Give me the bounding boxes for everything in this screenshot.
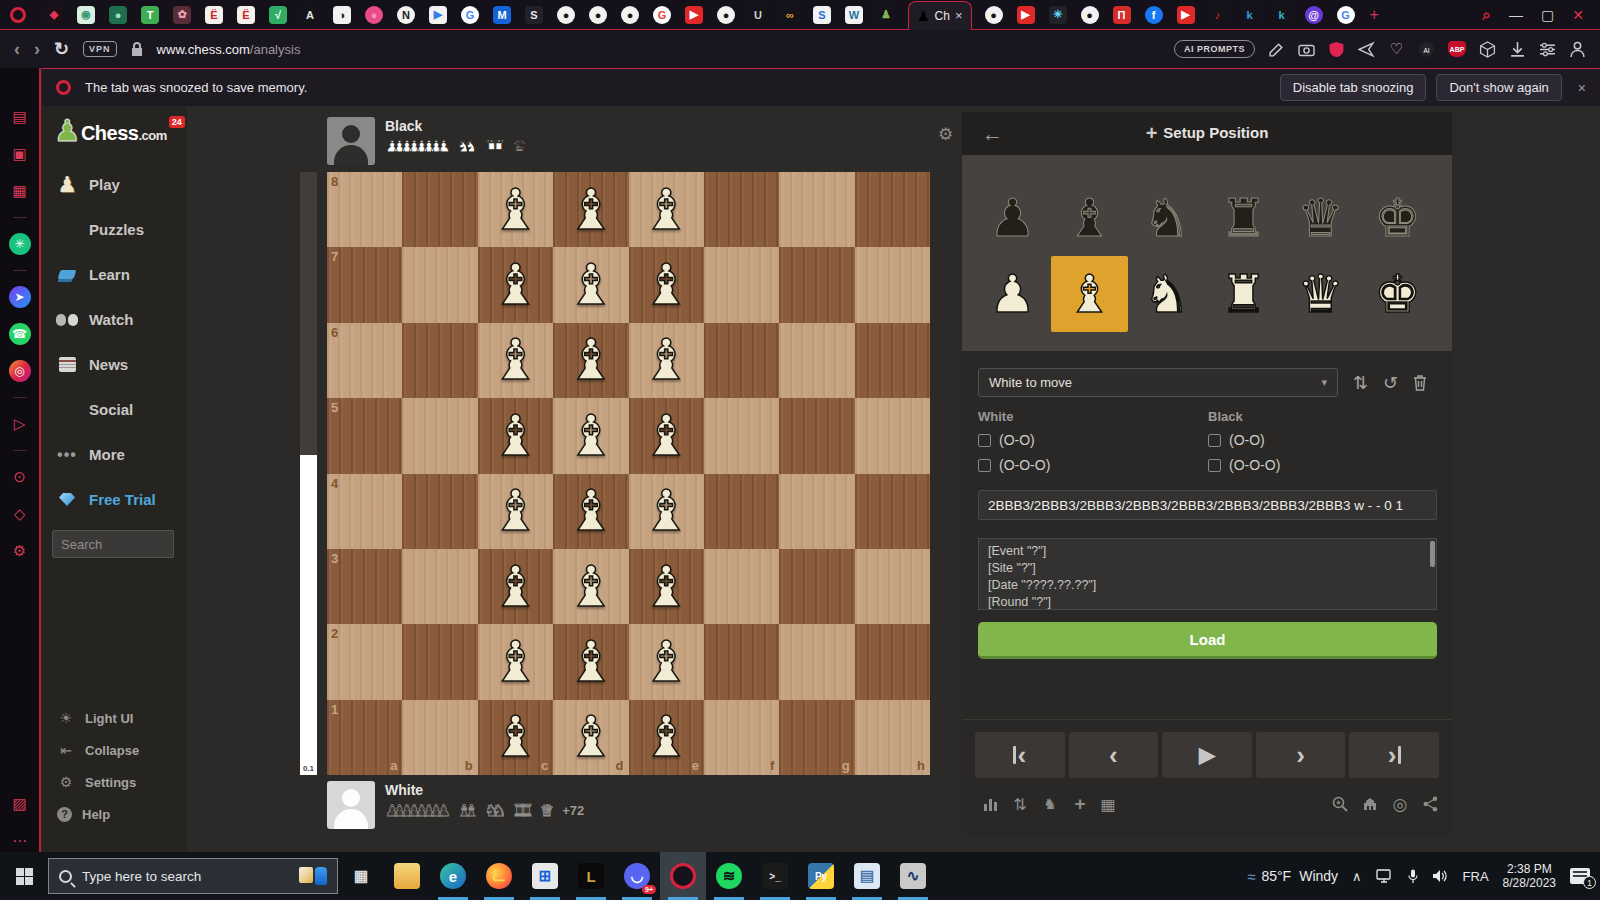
pgn-line: [Event "?"] bbox=[988, 543, 1427, 560]
white-bishop[interactable]: ♝ bbox=[478, 474, 553, 549]
screen: ◆◉●T✿ЁЁ√A◑●N▶GMS●●●G▶●U∞SW♟ ♟ Ch × ●▶✳●П… bbox=[0, 0, 1600, 900]
square-c7[interactable]: ♝ bbox=[478, 247, 553, 322]
palette-white-rook[interactable]: ♜ bbox=[1205, 256, 1282, 332]
sidebar-settings-icon[interactable] bbox=[1539, 41, 1556, 58]
square-d2[interactable]: ♝ bbox=[553, 624, 628, 699]
tab-panda[interactable]: ◑ bbox=[333, 6, 351, 24]
disable-tab-snoozing-button[interactable]: Disable tab snoozing bbox=[1280, 74, 1427, 101]
weather-widget[interactable]: ≈ 85°F Windy bbox=[1247, 868, 1338, 885]
tab-react[interactable]: ✳ bbox=[1049, 6, 1067, 24]
add-icon[interactable]: + bbox=[1070, 794, 1090, 814]
chatgpt-icon[interactable]: ✳ bbox=[9, 233, 31, 255]
white-bishop[interactable]: ♝ bbox=[553, 172, 628, 247]
tab-wordpress[interactable]: W bbox=[845, 6, 863, 24]
tab-google2[interactable]: G bbox=[653, 6, 671, 24]
minimize-button[interactable]: — bbox=[1509, 7, 1523, 23]
go-to-start-button[interactable]: ‹ bbox=[975, 732, 1065, 778]
white-bishop[interactable]: ♝ bbox=[553, 398, 628, 473]
weather-icon: ≈ bbox=[1247, 868, 1253, 885]
palette-white-pawn[interactable]: ♟ bbox=[974, 256, 1051, 332]
white-bishop[interactable]: ♝ bbox=[553, 700, 628, 775]
taskbar-search[interactable]: Type here to search bbox=[48, 858, 338, 894]
move-navigation: ‹ ‹ ▶ › › bbox=[975, 732, 1439, 778]
notification-badge: 1 bbox=[1583, 876, 1596, 889]
square-e2[interactable]: ♝ bbox=[629, 624, 704, 699]
forward-icon[interactable]: › bbox=[34, 39, 40, 60]
start-button[interactable] bbox=[0, 852, 48, 900]
flip-board-icon[interactable]: ⇅ bbox=[1353, 372, 1368, 394]
tab-facebook[interactable]: f bbox=[1145, 6, 1163, 24]
tab-gamepad[interactable]: ◆ bbox=[45, 6, 63, 24]
square-g6[interactable] bbox=[779, 323, 854, 398]
square-e3[interactable]: ♝ bbox=[629, 549, 704, 624]
taskbar-league[interactable]: L bbox=[568, 852, 614, 900]
more-icon[interactable]: ⋯ bbox=[9, 830, 31, 852]
white-bishop[interactable]: ♝ bbox=[478, 247, 553, 322]
history-icon[interactable]: ⊙ bbox=[9, 466, 31, 488]
square-a2[interactable]: 2 bbox=[327, 624, 402, 699]
twitch-icon[interactable]: ▣ bbox=[9, 143, 31, 165]
square-b1[interactable]: b bbox=[402, 700, 477, 775]
clock[interactable]: 2:38 PM 8/28/2023 bbox=[1503, 862, 1556, 890]
tab-mj[interactable]: M bbox=[493, 6, 511, 24]
square-a1[interactable]: 1a bbox=[327, 700, 402, 775]
tab-infinity[interactable]: ∞ bbox=[781, 6, 799, 24]
tab-github6[interactable]: ● bbox=[1081, 6, 1099, 24]
tab-chess-pawn[interactable]: ♟ bbox=[877, 6, 895, 24]
square-f5[interactable] bbox=[704, 398, 779, 473]
black-avatar[interactable] bbox=[327, 117, 375, 165]
square-f7[interactable] bbox=[704, 247, 779, 322]
sidebar-item-learn[interactable]: Learn bbox=[42, 252, 187, 297]
taskbar-spotify[interactable]: ≋ bbox=[706, 852, 752, 900]
maximize-button[interactable]: ▢ bbox=[1541, 7, 1554, 23]
square-a5[interactable]: 5 bbox=[327, 398, 402, 473]
taskbar-discord[interactable]: ◡9+ bbox=[614, 852, 660, 900]
palette-black-queen[interactable]: ♛ bbox=[1282, 180, 1359, 256]
palette-black-pawn[interactable]: ♟ bbox=[974, 180, 1051, 256]
trial-icon bbox=[55, 488, 79, 512]
square-c4[interactable]: ♝ bbox=[478, 474, 553, 549]
eval-score: +72 bbox=[562, 803, 584, 818]
back-icon[interactable]: ‹ bbox=[14, 39, 20, 60]
url-bar[interactable]: www.chess.com/analysis bbox=[157, 42, 301, 57]
tab-github2[interactable]: ● bbox=[589, 6, 607, 24]
tab-github5[interactable]: ● bbox=[985, 6, 1003, 24]
square-h7[interactable] bbox=[855, 247, 930, 322]
square-f1[interactable]: f bbox=[704, 700, 779, 775]
tab-a-circle[interactable]: A bbox=[301, 6, 319, 24]
rank-label: 4 bbox=[331, 476, 338, 491]
light-ui-icon: ☀ bbox=[57, 710, 75, 726]
square-a7[interactable]: 7 bbox=[327, 247, 402, 322]
tab-play-blue[interactable]: ▶ bbox=[429, 6, 447, 24]
white-bishop[interactable]: ♝ bbox=[629, 700, 704, 775]
square-h8[interactable] bbox=[855, 172, 930, 247]
footer-item-collapse[interactable]: ⇤Collapse bbox=[42, 734, 187, 766]
tab-leaf[interactable]: ● bbox=[109, 6, 127, 24]
square-c2[interactable]: ♝ bbox=[478, 624, 553, 699]
square-h6[interactable] bbox=[855, 323, 930, 398]
square-b6[interactable] bbox=[402, 323, 477, 398]
back-arrow-icon[interactable]: ← bbox=[962, 122, 1023, 146]
opera-menu-icon[interactable] bbox=[10, 7, 26, 23]
square-h3[interactable] bbox=[855, 549, 930, 624]
chesscom-sidebar: ♟ Chess.com 24 ♟PlayPuzzlesLearnWatchNew… bbox=[42, 106, 187, 852]
taskbar-file-explorer[interactable] bbox=[384, 852, 430, 900]
play-button[interactable]: ▶ bbox=[1162, 732, 1252, 778]
captured-qx1: ♛ bbox=[512, 137, 532, 156]
flip-icon[interactable]: ⇅ bbox=[1010, 794, 1030, 814]
player-icon[interactable]: ▷ bbox=[9, 413, 31, 435]
rank-label: 1 bbox=[331, 702, 338, 717]
file-label: f bbox=[770, 758, 774, 773]
sidebar-item-news[interactable]: News bbox=[42, 342, 187, 387]
square-b2[interactable] bbox=[402, 624, 477, 699]
square-c1[interactable]: c♝ bbox=[478, 700, 553, 775]
turn-select[interactable]: White to move ▾ bbox=[978, 368, 1338, 397]
next-move-button[interactable]: › bbox=[1256, 732, 1346, 778]
edit-icon[interactable] bbox=[1268, 41, 1285, 58]
footer-item-settings[interactable]: ⚙Settings bbox=[42, 766, 187, 798]
microphone-icon[interactable] bbox=[1408, 869, 1418, 884]
square-a4[interactable]: 4 bbox=[327, 474, 402, 549]
white-bishop[interactable]: ♝ bbox=[478, 172, 553, 247]
square-f2[interactable] bbox=[704, 624, 779, 699]
square-b4[interactable] bbox=[402, 474, 477, 549]
sidebar-footer: ☀Light UI⇤Collapse⚙Settings?Help bbox=[42, 702, 187, 830]
black-kingside-castle[interactable]: (O-O) bbox=[1208, 432, 1265, 448]
file-label: h bbox=[917, 758, 925, 773]
square-c8[interactable]: ♝ bbox=[478, 172, 553, 247]
palette-white-king[interactable]: ♚ bbox=[1359, 256, 1436, 332]
language-indicator[interactable]: FRA bbox=[1463, 869, 1489, 884]
board-settings-gear-icon[interactable]: ⚙ bbox=[938, 124, 953, 145]
white-queenside-castle[interactable]: (O-O-O) bbox=[978, 457, 1050, 473]
new-tab-button[interactable]: + bbox=[1370, 6, 1379, 24]
white-avatar[interactable] bbox=[327, 781, 375, 829]
tab-e-red1[interactable]: Ё bbox=[205, 6, 223, 24]
footer-item-help[interactable]: ?Help bbox=[42, 798, 187, 830]
load-button[interactable]: Load bbox=[978, 622, 1437, 659]
tab-t-green[interactable]: T bbox=[141, 6, 159, 24]
white-player-name: White bbox=[385, 781, 584, 799]
square-e6[interactable]: ♝ bbox=[629, 323, 704, 398]
setup-position-panel: ← +Setup Position ♟♝♞♜♛♚♟♝♞♜♛♚ White to … bbox=[962, 112, 1452, 836]
palette-black-knight[interactable]: ♞ bbox=[1128, 180, 1205, 256]
tab-google3[interactable]: G bbox=[1337, 6, 1355, 24]
messenger-icon[interactable]: ➤ bbox=[9, 286, 31, 308]
square-b7[interactable] bbox=[402, 247, 477, 322]
volume-icon[interactable] bbox=[1432, 869, 1449, 883]
instagram-icon[interactable]: ◎ bbox=[9, 360, 31, 382]
tab-s-blue[interactable]: S bbox=[813, 6, 831, 24]
chesscom-logo[interactable]: ♟ Chess.com 24 bbox=[54, 116, 185, 153]
tab-k-blue[interactable]: k bbox=[1241, 6, 1259, 24]
tray-time: 2:38 PM bbox=[1507, 862, 1552, 876]
palette-black-rook[interactable]: ♜ bbox=[1205, 180, 1282, 256]
captured-px8: ♟♟♟♟♟♟♟♟ bbox=[385, 137, 457, 156]
palette-black-bishop[interactable]: ♝ bbox=[1051, 180, 1128, 256]
snapshot-icon[interactable] bbox=[1298, 41, 1315, 58]
favorites-heart-icon[interactable]: ♡ bbox=[1388, 41, 1405, 58]
white-bishop[interactable]: ♝ bbox=[553, 549, 628, 624]
castling-black-label: Black bbox=[1208, 409, 1243, 424]
square-h1[interactable]: h bbox=[855, 700, 930, 775]
taskbar-opera[interactable] bbox=[660, 852, 706, 900]
checkbox bbox=[978, 459, 991, 472]
square-g3[interactable] bbox=[779, 549, 854, 624]
pinboards-icon[interactable]: ▤ bbox=[9, 106, 31, 128]
square-e4[interactable]: ♝ bbox=[629, 474, 704, 549]
svg-text:AI: AI bbox=[1423, 46, 1429, 53]
tray-chevron-icon[interactable]: ∧ bbox=[1352, 869, 1362, 884]
sidebar-search-input[interactable]: Search bbox=[52, 530, 174, 558]
aria-icon[interactable]: ▦ bbox=[9, 180, 31, 202]
taskbar-edge[interactable]: e bbox=[430, 852, 476, 900]
sidebar-item-label: News bbox=[89, 356, 128, 373]
watch-icon bbox=[55, 308, 79, 332]
trash-icon[interactable] bbox=[1413, 375, 1427, 391]
active-tab-icon: ♟ bbox=[917, 8, 930, 24]
footer-item-light-ui[interactable]: ☀Light UI bbox=[42, 702, 187, 734]
white-bishop[interactable]: ♝ bbox=[553, 323, 628, 398]
sidebar-item-social[interactable]: Social bbox=[42, 387, 187, 432]
taskbar-ms-store[interactable]: ⊞ bbox=[522, 852, 568, 900]
white-bishop[interactable]: ♝ bbox=[478, 700, 553, 775]
chevron-down-icon: ▾ bbox=[1321, 376, 1327, 389]
share-icon[interactable] bbox=[1420, 794, 1440, 814]
explorer-search-icon[interactable] bbox=[1330, 794, 1350, 814]
tab-github3[interactable]: ● bbox=[621, 6, 639, 24]
white-bishop[interactable]: ♝ bbox=[629, 549, 704, 624]
tab-n-circle[interactable]: N bbox=[397, 6, 415, 24]
tab-e-red2[interactable]: Ё bbox=[237, 6, 255, 24]
tab-art[interactable]: ✿ bbox=[173, 6, 191, 24]
white-bishop[interactable]: ♝ bbox=[553, 624, 628, 699]
tab-close-icon[interactable]: × bbox=[955, 8, 963, 23]
taskbar-perfmon[interactable]: ∿ bbox=[890, 852, 936, 900]
tab-google1[interactable]: G bbox=[461, 6, 479, 24]
square-b3[interactable] bbox=[402, 549, 477, 624]
palette-black-king[interactable]: ♚ bbox=[1359, 180, 1436, 256]
taskbar-cmd[interactable]: >_ bbox=[752, 852, 798, 900]
extension-ai-icon[interactable]: AI bbox=[1418, 41, 1435, 58]
system-tray: ≈ 85°F Windy ∧ FRA 2:38 PM 8/28/2023 1 bbox=[1247, 852, 1600, 900]
collapse-icon: ⇤ bbox=[57, 742, 75, 758]
tray-date: 8/28/2023 bbox=[1503, 876, 1556, 890]
downloads-icon[interactable] bbox=[1509, 41, 1526, 58]
previous-move-button[interactable]: ‹ bbox=[1069, 732, 1159, 778]
practice-icon[interactable]: ◎ bbox=[1390, 794, 1410, 814]
reload-icon[interactable]: ↻ bbox=[54, 38, 69, 60]
sidebar-item-play[interactable]: ♟Play bbox=[42, 162, 187, 207]
white-bishop[interactable]: ♝ bbox=[629, 323, 704, 398]
square-d4[interactable]: ♝ bbox=[553, 474, 628, 549]
taskbar-firefox[interactable]: ᓚ bbox=[476, 852, 522, 900]
tab-s-dark[interactable]: S bbox=[525, 6, 543, 24]
square-b5[interactable] bbox=[402, 398, 477, 473]
white-captured-pieces: ♟♟♟♟♟♟♟♟♝♝♞♞♜♜♛+72 bbox=[385, 801, 584, 820]
extensions-icon[interactable]: ◇ bbox=[9, 503, 31, 525]
white-bishop[interactable]: ♝ bbox=[553, 247, 628, 322]
square-d5[interactable]: ♝ bbox=[553, 398, 628, 473]
square-d7[interactable]: ♝ bbox=[553, 247, 628, 322]
white-bishop[interactable]: ♝ bbox=[629, 247, 704, 322]
palette-white-bishop[interactable]: ♝ bbox=[1051, 256, 1128, 332]
reset-icon[interactable]: ↺ bbox=[1383, 372, 1398, 394]
cube-icon[interactable] bbox=[1479, 41, 1496, 58]
palette-white-knight[interactable]: ♞ bbox=[1128, 256, 1205, 332]
close-button[interactable]: ✕ bbox=[1572, 7, 1584, 23]
vpn-badge[interactable]: VPN bbox=[83, 41, 117, 57]
notification-close-icon[interactable]: × bbox=[1578, 80, 1586, 96]
sidebar-menu: ♟PlayPuzzlesLearnWatchNewsSocial•••MoreF… bbox=[42, 162, 187, 522]
tab-youtube3[interactable]: ▶ bbox=[1177, 6, 1195, 24]
settings-icon[interactable]: ⚙ bbox=[9, 540, 31, 562]
white-bishop[interactable]: ♝ bbox=[553, 474, 628, 549]
sidebar-item-watch[interactable]: Watch bbox=[42, 297, 187, 342]
black-queenside-castle[interactable]: (O-O-O) bbox=[1208, 457, 1280, 473]
square-d6[interactable]: ♝ bbox=[553, 323, 628, 398]
square-e7[interactable]: ♝ bbox=[629, 247, 704, 322]
white-bishop[interactable]: ♝ bbox=[629, 474, 704, 549]
whatsapp-icon[interactable]: ☎ bbox=[9, 323, 31, 345]
go-to-end-button[interactable]: › bbox=[1349, 732, 1439, 778]
eval-bar-value: 0.1 bbox=[300, 764, 317, 773]
tab-k-teal[interactable]: k bbox=[1273, 6, 1291, 24]
setup-board-icon[interactable]: ▦ bbox=[1098, 794, 1118, 814]
scrollbar-thumb[interactable] bbox=[1430, 541, 1435, 567]
profile-icon[interactable] bbox=[1569, 41, 1586, 58]
dont-show-again-button[interactable]: Don't show again bbox=[1436, 74, 1561, 101]
learn-icon bbox=[55, 263, 79, 287]
eval-bar-white bbox=[300, 455, 317, 775]
tab-youtube2[interactable]: ▶ bbox=[1017, 6, 1035, 24]
square-f6[interactable] bbox=[704, 323, 779, 398]
square-h5[interactable] bbox=[855, 398, 930, 473]
pgn-textarea[interactable]: [Event "?"][Site "?"][Date "????.??.??"]… bbox=[978, 538, 1437, 610]
pgn-line: [Date "????.??.??"] bbox=[988, 577, 1427, 594]
tab-speaker[interactable]: ♪ bbox=[1209, 6, 1227, 24]
fen-input[interactable]: 2BBB3/2BBB3/2BBB3/2BBB3/2BBB3/2BBB3/2BBB… bbox=[978, 490, 1437, 520]
square-c3[interactable]: ♝ bbox=[478, 549, 553, 624]
file-label: b bbox=[465, 758, 473, 773]
notification-center-icon[interactable]: 1 bbox=[1570, 868, 1590, 884]
square-e5[interactable]: ♝ bbox=[629, 398, 704, 473]
square-f8[interactable] bbox=[704, 172, 779, 247]
square-g5[interactable] bbox=[779, 398, 854, 473]
square-g8[interactable] bbox=[779, 172, 854, 247]
black-player-name: Black bbox=[385, 117, 532, 135]
piece-palette: ♟♝♞♜♛♚♟♝♞♜♛♚ bbox=[962, 155, 1452, 351]
puzzles-icon bbox=[55, 218, 79, 242]
sidebar-item-free-trial[interactable]: Free Trial bbox=[42, 477, 187, 522]
square-f4[interactable] bbox=[704, 474, 779, 549]
tab-uc[interactable]: U bbox=[749, 6, 767, 24]
white-bishop[interactable]: ♝ bbox=[478, 549, 553, 624]
play-icon: ♟ bbox=[55, 173, 79, 197]
square-a6[interactable]: 6 bbox=[327, 323, 402, 398]
square-g7[interactable] bbox=[779, 247, 854, 322]
white-bishop[interactable]: ♝ bbox=[629, 624, 704, 699]
square-d8[interactable]: ♝ bbox=[553, 172, 628, 247]
settings-icon: ⚙ bbox=[57, 774, 75, 790]
pgn-line: [Site "?"] bbox=[988, 560, 1427, 577]
white-bishop[interactable]: ♝ bbox=[629, 398, 704, 473]
search-icon bbox=[59, 870, 72, 883]
eval-bar: 0.1 bbox=[300, 172, 317, 775]
square-e8[interactable]: ♝ bbox=[629, 172, 704, 247]
square-d3[interactable]: ♝ bbox=[553, 549, 628, 624]
tab-fingerprint[interactable]: ◉ bbox=[77, 6, 95, 24]
square-b8[interactable] bbox=[402, 172, 477, 247]
captured-bx2: ♝♝ bbox=[457, 801, 485, 820]
tab-root[interactable]: √ bbox=[269, 6, 287, 24]
adblock-icon[interactable]: ABP bbox=[1448, 41, 1466, 57]
windows-taskbar: Type here to search ▦eᓚ⊞L◡9+≋>_Py▤∿ ≈ 85… bbox=[0, 852, 1600, 900]
tab-p-red[interactable]: П bbox=[1113, 6, 1131, 24]
square-h4[interactable] bbox=[855, 474, 930, 549]
taskbar-python[interactable]: Py bbox=[798, 852, 844, 900]
white-bishop[interactable]: ♝ bbox=[478, 323, 553, 398]
captured-rx2: ♜♜ bbox=[484, 137, 512, 156]
analysis-chart-icon[interactable] bbox=[980, 794, 1000, 814]
square-h2[interactable] bbox=[855, 624, 930, 699]
square-a8[interactable]: 8 bbox=[327, 172, 402, 247]
active-tab[interactable]: ♟ Ch × bbox=[908, 1, 972, 30]
sidebar-item-more[interactable]: •••More bbox=[42, 432, 187, 477]
square-c5[interactable]: ♝ bbox=[478, 398, 553, 473]
square-g2[interactable] bbox=[779, 624, 854, 699]
browser-search-icon[interactable]: ⌕ bbox=[1482, 6, 1491, 24]
taskbar-notepad[interactable]: ▤ bbox=[844, 852, 890, 900]
square-d1[interactable]: d♝ bbox=[553, 700, 628, 775]
white-bishop[interactable]: ♝ bbox=[478, 398, 553, 473]
network-icon[interactable] bbox=[1376, 869, 1394, 883]
white-bishop[interactable]: ♝ bbox=[629, 172, 704, 247]
white-kingside-castle[interactable]: (O-O) bbox=[978, 432, 1035, 448]
square-c6[interactable]: ♝ bbox=[478, 323, 553, 398]
sidebar-item-puzzles[interactable]: Puzzles bbox=[42, 207, 187, 252]
palette-white-queen[interactable]: ♛ bbox=[1282, 256, 1359, 332]
square-f3[interactable] bbox=[704, 549, 779, 624]
send-icon[interactable] bbox=[1358, 41, 1375, 58]
square-e1[interactable]: e♝ bbox=[629, 700, 704, 775]
snapshot-icon[interactable]: ▨ bbox=[9, 793, 31, 815]
ai-prompts-button[interactable]: AI PROMPTS bbox=[1174, 40, 1255, 58]
openings-book-icon[interactable] bbox=[1360, 794, 1380, 814]
threats-icon[interactable]: ♞ bbox=[1040, 794, 1060, 814]
square-a3[interactable]: 3 bbox=[327, 549, 402, 624]
square-g1[interactable]: g bbox=[779, 700, 854, 775]
taskbar-task-view[interactable]: ▦ bbox=[338, 852, 384, 900]
square-g4[interactable] bbox=[779, 474, 854, 549]
vpn-shield-icon[interactable] bbox=[1328, 41, 1345, 58]
sidebar-item-label: More bbox=[89, 446, 125, 463]
social-icon bbox=[55, 398, 79, 422]
rank-label: 5 bbox=[331, 400, 338, 415]
tab-at-purple[interactable]: @ bbox=[1305, 6, 1323, 24]
white-bishop[interactable]: ♝ bbox=[478, 624, 553, 699]
tab-github1[interactable]: ● bbox=[557, 6, 575, 24]
panel-tool-icons: ⇅ ♞ + ▦ ◎ bbox=[962, 794, 1452, 818]
tab-youtube1[interactable]: ▶ bbox=[685, 6, 703, 24]
file-label: a bbox=[390, 758, 397, 773]
search-placeholder: Type here to search bbox=[82, 869, 201, 884]
tab-github4[interactable]: ● bbox=[717, 6, 735, 24]
tab-dribbble[interactable]: ● bbox=[365, 6, 383, 24]
